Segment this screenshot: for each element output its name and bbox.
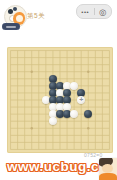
thumbnail-face <box>102 164 113 173</box>
white-stone <box>70 82 78 90</box>
app-screen: 第5关 ••• ◎ + 0752=0 www.ucbug.c <box>0 0 117 180</box>
corner-thumbnail <box>99 158 117 180</box>
avatar-badge <box>2 23 20 30</box>
small-note: 0752=0 <box>84 152 103 158</box>
site-watermark: www.ucbug.c <box>7 159 99 175</box>
gomoku-board[interactable]: + <box>7 47 113 153</box>
last-move-marker-icon: + <box>77 96 85 104</box>
white-stone: + <box>77 96 85 104</box>
miniprogram-capsule: ••• ◎ <box>76 4 112 19</box>
more-icon[interactable]: ••• <box>77 6 94 18</box>
avatar-black-stone2-icon <box>13 7 17 11</box>
level-title: 第5关 <box>27 12 45 20</box>
close-circle-icon[interactable]: ◎ <box>95 6 112 18</box>
avatar-fox-face-icon <box>16 15 23 22</box>
thumbnail-body <box>99 173 117 180</box>
